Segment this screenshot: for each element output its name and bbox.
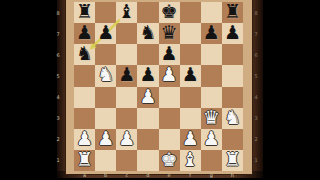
piece-black-pawn-b7[interactable]: ♟ xyxy=(97,23,114,42)
file-label-d: d xyxy=(137,171,158,179)
square-b3[interactable] xyxy=(95,108,116,129)
square-a4[interactable] xyxy=(74,87,95,108)
square-e3[interactable] xyxy=(159,108,180,129)
square-c5[interactable]: ♟ xyxy=(116,65,137,86)
page-background: ♜♝♚♜♟♟♞♛♟♟♞♟♞♟♟♟♟♟♛♞♟♟♟♟♟♜♚♝♜ 87654321 8… xyxy=(0,0,320,180)
piece-white-knight-b5[interactable]: ♞ xyxy=(97,65,114,84)
square-f2[interactable]: ♟ xyxy=(180,129,201,150)
square-a7[interactable]: ♟ xyxy=(74,23,95,44)
square-d7[interactable]: ♞ xyxy=(137,23,158,44)
rank-label-8: 8 xyxy=(54,2,62,23)
rank-label-5: 5 xyxy=(252,65,260,86)
piece-white-bishop-f1[interactable]: ♝ xyxy=(182,150,199,169)
square-f5[interactable]: ♟ xyxy=(180,65,201,86)
rank-label-7: 7 xyxy=(252,23,260,44)
square-a5[interactable] xyxy=(74,65,95,86)
square-a3[interactable] xyxy=(74,108,95,129)
piece-white-rook-a1[interactable]: ♜ xyxy=(76,150,93,169)
file-label-a: a xyxy=(74,171,95,179)
square-e8[interactable]: ♚ xyxy=(159,2,180,23)
square-e2[interactable] xyxy=(159,129,180,150)
square-d1[interactable] xyxy=(137,150,158,171)
square-f7[interactable] xyxy=(180,23,201,44)
piece-black-bishop-c8[interactable]: ♝ xyxy=(118,2,135,21)
file-label-c: c xyxy=(116,171,137,179)
rank-label-8: 8 xyxy=(252,2,260,23)
square-a6[interactable]: ♞ xyxy=(74,44,95,65)
square-b4[interactable] xyxy=(95,87,116,108)
square-b2[interactable]: ♟ xyxy=(95,129,116,150)
rank-labels-right: 87654321 xyxy=(252,2,260,171)
rank-label-6: 6 xyxy=(54,44,62,65)
rank-label-3: 3 xyxy=(54,108,62,129)
file-label-f: f xyxy=(180,171,201,179)
square-h4[interactable] xyxy=(222,87,243,108)
square-a1[interactable]: ♜ xyxy=(74,150,95,171)
piece-black-rook-h8[interactable]: ♜ xyxy=(224,2,241,21)
square-f3[interactable] xyxy=(180,108,201,129)
rank-label-6: 6 xyxy=(252,44,260,65)
square-f1[interactable]: ♝ xyxy=(180,150,201,171)
square-d5[interactable]: ♟ xyxy=(137,65,158,86)
square-h3[interactable]: ♞ xyxy=(222,108,243,129)
square-d6[interactable] xyxy=(137,44,158,65)
square-c6[interactable] xyxy=(116,44,137,65)
square-h8[interactable]: ♜ xyxy=(222,2,243,23)
piece-white-pawn-f2[interactable]: ♟ xyxy=(182,129,199,148)
piece-black-pawn-g7[interactable]: ♟ xyxy=(203,23,220,42)
square-g2[interactable]: ♟ xyxy=(201,129,222,150)
square-c4[interactable] xyxy=(116,87,137,108)
square-b8[interactable] xyxy=(95,2,116,23)
square-f8[interactable] xyxy=(180,2,201,23)
piece-black-pawn-h7[interactable]: ♟ xyxy=(224,23,241,42)
square-d4[interactable]: ♟ xyxy=(137,87,158,108)
piece-black-pawn-c5[interactable]: ♟ xyxy=(118,65,135,84)
square-d2[interactable] xyxy=(137,129,158,150)
piece-white-pawn-a2[interactable]: ♟ xyxy=(76,129,93,148)
piece-white-king-e1[interactable]: ♚ xyxy=(161,150,178,169)
rank-labels-left: 87654321 xyxy=(54,2,62,171)
file-label-g: g xyxy=(201,171,222,179)
piece-black-pawn-a7[interactable]: ♟ xyxy=(76,23,93,42)
piece-white-queen-g3[interactable]: ♛ xyxy=(203,108,220,127)
square-d3[interactable] xyxy=(137,108,158,129)
square-g8[interactable] xyxy=(201,2,222,23)
rank-label-5: 5 xyxy=(54,65,62,86)
square-c2[interactable]: ♟ xyxy=(116,129,137,150)
rank-label-1: 1 xyxy=(252,150,260,171)
square-g3[interactable]: ♛ xyxy=(201,108,222,129)
square-b5[interactable]: ♞ xyxy=(95,65,116,86)
piece-white-rook-h1[interactable]: ♜ xyxy=(224,150,241,169)
piece-black-pawn-d5[interactable]: ♟ xyxy=(139,65,156,84)
piece-white-pawn-c2[interactable]: ♟ xyxy=(118,129,135,148)
file-label-h: h xyxy=(222,171,243,179)
piece-white-pawn-d4[interactable]: ♟ xyxy=(139,87,156,106)
square-d8[interactable] xyxy=(137,2,158,23)
square-b7[interactable]: ♟ xyxy=(95,23,116,44)
rank-label-2: 2 xyxy=(54,129,62,150)
rank-label-2: 2 xyxy=(252,129,260,150)
square-a8[interactable]: ♜ xyxy=(74,2,95,23)
square-c7[interactable] xyxy=(116,23,137,44)
square-e7[interactable]: ♛ xyxy=(159,23,180,44)
square-e1[interactable]: ♚ xyxy=(159,150,180,171)
square-e5[interactable]: ♟ xyxy=(159,65,180,86)
file-label-b: b xyxy=(95,171,116,179)
square-b1[interactable] xyxy=(95,150,116,171)
chess-board[interactable]: ♜♝♚♜♟♟♞♛♟♟♞♟♞♟♟♟♟♟♛♞♟♟♟♟♟♜♚♝♜ xyxy=(74,2,243,171)
rank-label-4: 4 xyxy=(54,87,62,108)
piece-white-knight-h3[interactable]: ♞ xyxy=(224,108,241,127)
rank-label-1: 1 xyxy=(54,150,62,171)
piece-black-queen-e7[interactable]: ♛ xyxy=(161,23,178,42)
square-f6[interactable] xyxy=(180,44,201,65)
square-h1[interactable]: ♜ xyxy=(222,150,243,171)
square-g7[interactable]: ♟ xyxy=(201,23,222,44)
piece-white-pawn-e5[interactable]: ♟ xyxy=(161,65,178,84)
file-labels-bottom: abcdefgh xyxy=(74,171,243,179)
square-h7[interactable]: ♟ xyxy=(222,23,243,44)
square-c8[interactable]: ♝ xyxy=(116,2,137,23)
piece-white-pawn-b2[interactable]: ♟ xyxy=(97,129,114,148)
piece-black-king-e8[interactable]: ♚ xyxy=(161,2,178,21)
rank-label-3: 3 xyxy=(252,108,260,129)
piece-black-knight-d7[interactable]: ♞ xyxy=(139,23,156,42)
square-h6[interactable] xyxy=(222,44,243,65)
piece-black-pawn-e6[interactable]: ♟ xyxy=(161,44,178,63)
piece-black-pawn-f5[interactable]: ♟ xyxy=(182,65,199,84)
square-c1[interactable] xyxy=(116,150,137,171)
square-g1[interactable] xyxy=(201,150,222,171)
square-g4[interactable] xyxy=(201,87,222,108)
piece-black-knight-a6[interactable]: ♞ xyxy=(76,44,93,63)
piece-white-pawn-g2[interactable]: ♟ xyxy=(203,129,220,148)
square-b6[interactable] xyxy=(95,44,116,65)
file-label-e: e xyxy=(159,171,180,179)
square-h5[interactable] xyxy=(222,65,243,86)
square-f4[interactable] xyxy=(180,87,201,108)
square-h2[interactable] xyxy=(222,129,243,150)
piece-black-rook-a8[interactable]: ♜ xyxy=(76,2,93,21)
square-e4[interactable] xyxy=(159,87,180,108)
square-g6[interactable] xyxy=(201,44,222,65)
rank-label-4: 4 xyxy=(252,87,260,108)
square-e6[interactable]: ♟ xyxy=(159,44,180,65)
square-a2[interactable]: ♟ xyxy=(74,129,95,150)
rank-label-7: 7 xyxy=(54,23,62,44)
square-c3[interactable] xyxy=(116,108,137,129)
square-g5[interactable] xyxy=(201,65,222,86)
